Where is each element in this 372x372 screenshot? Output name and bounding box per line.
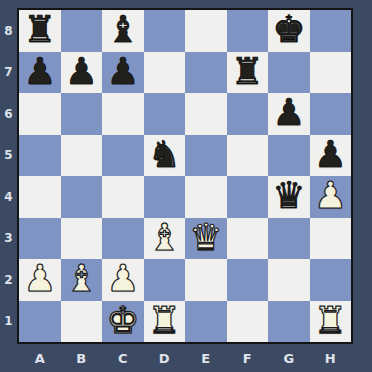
square-h2[interactable] xyxy=(310,259,352,301)
square-h3[interactable] xyxy=(310,218,352,260)
piece-white-queen[interactable]: ♛ xyxy=(189,219,222,256)
square-d5[interactable]: ♞ xyxy=(144,135,186,177)
rank-label-4: 4 xyxy=(0,176,17,218)
square-e6[interactable] xyxy=(185,93,227,135)
chess-diagram: 87654321 ♜♝♚♟♟♟♜♟♞♟♛♟♝♛♟♝♟♚♜♜ ABCDEFGH xyxy=(0,0,372,372)
square-d6[interactable] xyxy=(144,93,186,135)
rank-label-5: 5 xyxy=(0,135,17,177)
square-e5[interactable] xyxy=(185,135,227,177)
square-h6[interactable] xyxy=(310,93,352,135)
square-e1[interactable] xyxy=(185,301,227,343)
piece-black-pawn[interactable]: ♟ xyxy=(23,53,56,90)
file-label-c: C xyxy=(102,346,144,370)
piece-white-rook[interactable]: ♜ xyxy=(148,302,181,339)
piece-black-rook[interactable]: ♜ xyxy=(23,11,56,48)
square-h5[interactable]: ♟ xyxy=(310,135,352,177)
square-g6[interactable]: ♟ xyxy=(268,93,310,135)
square-f4[interactable] xyxy=(227,176,269,218)
square-b1[interactable] xyxy=(61,301,103,343)
square-h4[interactable]: ♟ xyxy=(310,176,352,218)
square-g7[interactable] xyxy=(268,52,310,94)
square-a2[interactable]: ♟ xyxy=(19,259,61,301)
piece-black-bishop[interactable]: ♝ xyxy=(106,11,139,48)
square-f2[interactable] xyxy=(227,259,269,301)
piece-white-bishop[interactable]: ♝ xyxy=(65,260,98,297)
square-g3[interactable] xyxy=(268,218,310,260)
square-g5[interactable] xyxy=(268,135,310,177)
square-b5[interactable] xyxy=(61,135,103,177)
square-e7[interactable] xyxy=(185,52,227,94)
square-a1[interactable] xyxy=(19,301,61,343)
square-c3[interactable] xyxy=(102,218,144,260)
piece-black-pawn[interactable]: ♟ xyxy=(272,94,305,131)
piece-black-pawn[interactable]: ♟ xyxy=(65,53,98,90)
square-c5[interactable] xyxy=(102,135,144,177)
rank-label-6: 6 xyxy=(0,93,17,135)
square-c2[interactable]: ♟ xyxy=(102,259,144,301)
square-a6[interactable] xyxy=(19,93,61,135)
square-a3[interactable] xyxy=(19,218,61,260)
rank-label-8: 8 xyxy=(0,10,17,52)
square-d4[interactable] xyxy=(144,176,186,218)
square-e8[interactable] xyxy=(185,10,227,52)
square-h1[interactable]: ♜ xyxy=(310,301,352,343)
square-b7[interactable]: ♟ xyxy=(61,52,103,94)
square-e2[interactable] xyxy=(185,259,227,301)
piece-black-queen[interactable]: ♛ xyxy=(272,177,305,214)
square-a7[interactable]: ♟ xyxy=(19,52,61,94)
file-label-f: F xyxy=(227,346,269,370)
file-label-e: E xyxy=(185,346,227,370)
file-label-d: D xyxy=(144,346,186,370)
chess-board: ♜♝♚♟♟♟♜♟♞♟♛♟♝♛♟♝♟♚♜♜ xyxy=(17,8,353,344)
square-d1[interactable]: ♜ xyxy=(144,301,186,343)
square-g4[interactable]: ♛ xyxy=(268,176,310,218)
square-f3[interactable] xyxy=(227,218,269,260)
file-label-b: B xyxy=(61,346,103,370)
square-f5[interactable] xyxy=(227,135,269,177)
square-b4[interactable] xyxy=(61,176,103,218)
square-b2[interactable]: ♝ xyxy=(61,259,103,301)
square-d3[interactable]: ♝ xyxy=(144,218,186,260)
rank-label-1: 1 xyxy=(0,301,17,343)
square-d8[interactable] xyxy=(144,10,186,52)
square-c6[interactable] xyxy=(102,93,144,135)
piece-black-king[interactable]: ♚ xyxy=(272,11,305,48)
piece-black-pawn[interactable]: ♟ xyxy=(106,53,139,90)
piece-white-bishop[interactable]: ♝ xyxy=(148,219,181,256)
piece-black-rook[interactable]: ♜ xyxy=(231,53,264,90)
square-b6[interactable] xyxy=(61,93,103,135)
square-d7[interactable] xyxy=(144,52,186,94)
piece-black-pawn[interactable]: ♟ xyxy=(314,136,347,173)
square-f1[interactable] xyxy=(227,301,269,343)
square-f6[interactable] xyxy=(227,93,269,135)
square-c4[interactable] xyxy=(102,176,144,218)
square-f8[interactable] xyxy=(227,10,269,52)
square-d2[interactable] xyxy=(144,259,186,301)
square-b8[interactable] xyxy=(61,10,103,52)
square-b3[interactable] xyxy=(61,218,103,260)
piece-white-pawn[interactable]: ♟ xyxy=(23,260,56,297)
rank-label-7: 7 xyxy=(0,52,17,94)
piece-white-pawn[interactable]: ♟ xyxy=(106,260,139,297)
square-f7[interactable]: ♜ xyxy=(227,52,269,94)
rank-label-2: 2 xyxy=(0,259,17,301)
piece-black-knight[interactable]: ♞ xyxy=(148,136,181,173)
square-h8[interactable] xyxy=(310,10,352,52)
square-e4[interactable] xyxy=(185,176,227,218)
square-c8[interactable]: ♝ xyxy=(102,10,144,52)
square-g8[interactable]: ♚ xyxy=(268,10,310,52)
rank-label-3: 3 xyxy=(0,218,17,260)
square-c1[interactable]: ♚ xyxy=(102,301,144,343)
square-e3[interactable]: ♛ xyxy=(185,218,227,260)
piece-white-pawn[interactable]: ♟ xyxy=(314,177,347,214)
square-a5[interactable] xyxy=(19,135,61,177)
file-label-h: H xyxy=(310,346,352,370)
square-h7[interactable] xyxy=(310,52,352,94)
file-labels: ABCDEFGH xyxy=(19,346,351,370)
square-a4[interactable] xyxy=(19,176,61,218)
square-c7[interactable]: ♟ xyxy=(102,52,144,94)
file-label-a: A xyxy=(19,346,61,370)
file-label-g: G xyxy=(268,346,310,370)
piece-white-rook[interactable]: ♜ xyxy=(314,302,347,339)
piece-white-king[interactable]: ♚ xyxy=(106,302,139,339)
square-g2[interactable] xyxy=(268,259,310,301)
rank-labels: 87654321 xyxy=(0,10,17,342)
square-a8[interactable]: ♜ xyxy=(19,10,61,52)
square-g1[interactable] xyxy=(268,301,310,343)
